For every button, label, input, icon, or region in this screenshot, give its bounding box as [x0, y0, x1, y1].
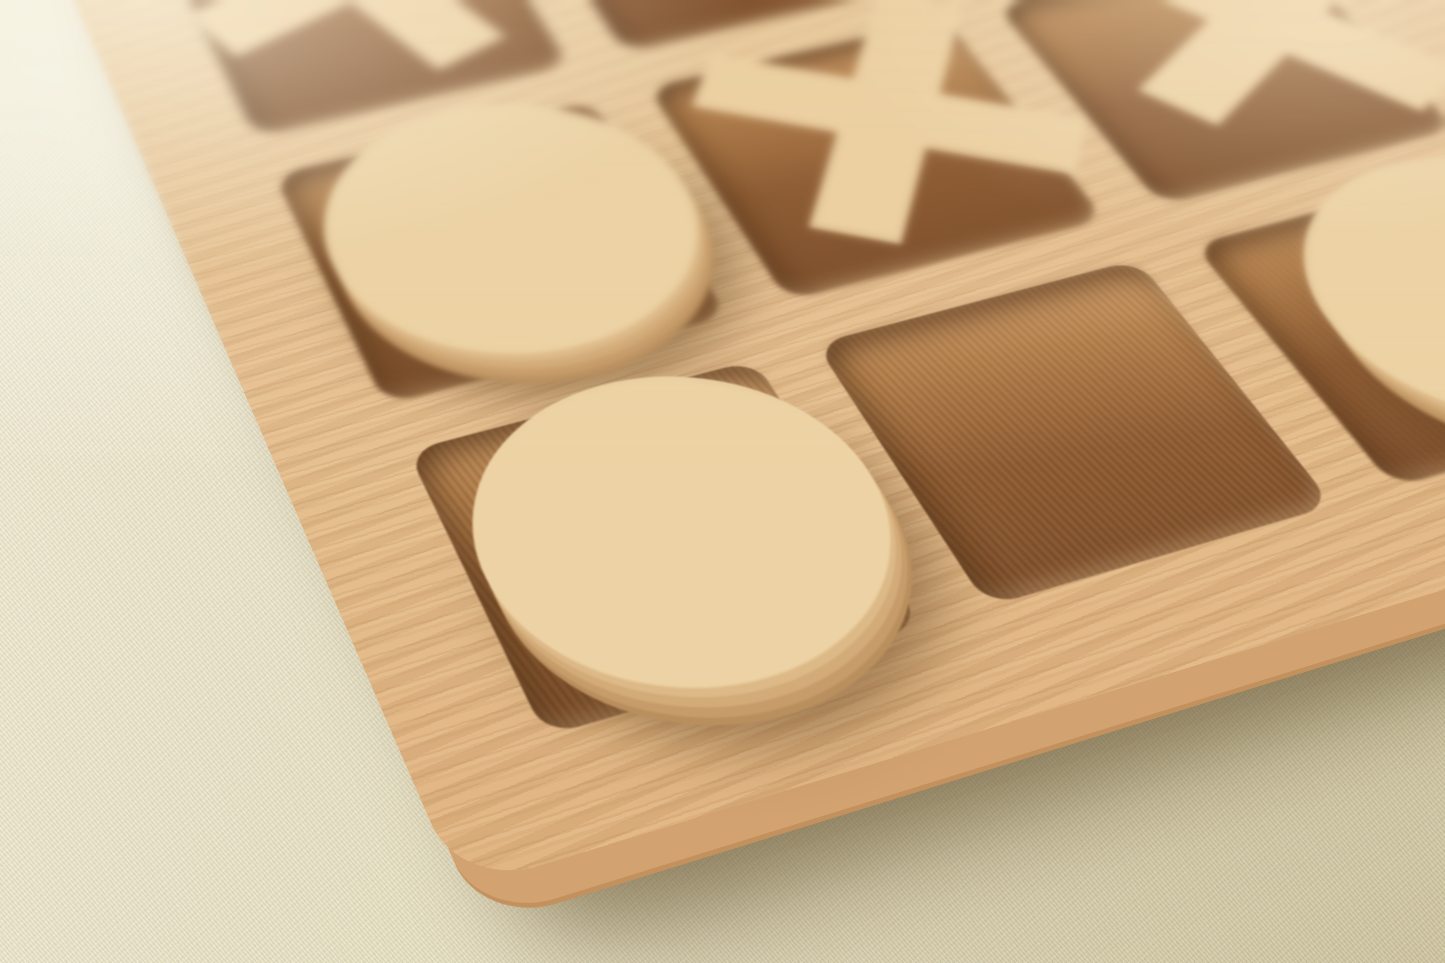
photo-scene: × ● × × ● ●: [0, 0, 1445, 963]
cell-front-left: ●: [407, 360, 922, 737]
